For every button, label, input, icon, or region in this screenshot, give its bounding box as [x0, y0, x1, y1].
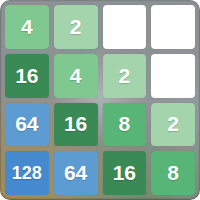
tile-r1c2: 2: [54, 5, 98, 49]
tile-r3c4: 2: [151, 103, 195, 147]
tile-r3c1: 64: [5, 103, 49, 147]
tile-r1c1: 4: [5, 5, 49, 49]
2048-board[interactable]: 4 2 16 4 2 64 16 8 2 128 64 16 8: [0, 0, 200, 200]
tile-r2c2: 4: [54, 54, 98, 98]
tile-r2c1: 16: [5, 54, 49, 98]
tile-r4c2: 64: [54, 151, 98, 195]
tile-r4c4: 8: [151, 151, 195, 195]
tile-r4c3: 16: [103, 151, 147, 195]
tile-r2c3: 2: [103, 54, 147, 98]
tile-r4c1: 128: [5, 151, 49, 195]
tile-r3c3: 8: [103, 103, 147, 147]
tile-r3c2: 16: [54, 103, 98, 147]
tile-r2c4: [151, 54, 195, 98]
tile-r1c3: [103, 5, 147, 49]
tile-r1c4: [151, 5, 195, 49]
